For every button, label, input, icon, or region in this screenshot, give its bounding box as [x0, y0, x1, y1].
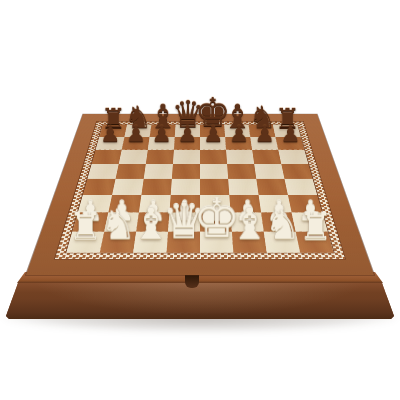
white-knight-g1[interactable]: ♞	[264, 205, 300, 245]
square-e5[interactable]	[200, 164, 228, 179]
white-knight-b1[interactable]: ♞	[100, 205, 136, 245]
square-e7[interactable]: ♟	[200, 137, 226, 150]
white-rook-a1[interactable]: ♜	[68, 208, 102, 246]
square-f1[interactable]: ♝	[232, 232, 267, 253]
square-c5[interactable]	[144, 164, 173, 179]
square-g6[interactable]	[252, 150, 281, 164]
square-a4[interactable]	[83, 179, 116, 195]
square-f6[interactable]	[226, 150, 254, 164]
square-b7[interactable]: ♟	[122, 137, 150, 150]
square-d7[interactable]: ♟	[174, 137, 200, 150]
white-rook-h1[interactable]: ♜	[298, 208, 332, 246]
square-b1[interactable]: ♞	[100, 232, 136, 253]
black-pawn-h7[interactable]: ♟	[280, 122, 300, 145]
black-pawn-a7[interactable]: ♟	[100, 122, 120, 145]
square-c6[interactable]	[146, 150, 174, 164]
square-g7[interactable]: ♟	[250, 137, 278, 150]
square-e1[interactable]: ♚	[200, 232, 233, 253]
board-grid: ♜♞♝♛♚♝♞♜♟♟♟♟♟♟♟♟♟♟♟♟♟♟♟♟♜♞♝♛♚♝♞♜	[65, 125, 335, 254]
square-c7[interactable]: ♟	[148, 137, 175, 150]
black-pawn-e7[interactable]: ♟	[203, 122, 223, 145]
square-h1[interactable]: ♜	[296, 232, 334, 253]
square-f5[interactable]	[227, 164, 256, 179]
square-d5[interactable]	[172, 164, 200, 179]
black-pawn-c7[interactable]: ♟	[151, 122, 171, 145]
square-d6[interactable]	[173, 150, 200, 164]
square-a1[interactable]: ♜	[66, 232, 104, 253]
square-h4[interactable]	[284, 179, 317, 195]
black-pawn-d7[interactable]: ♟	[177, 122, 197, 145]
black-pawn-b7[interactable]: ♟	[125, 122, 145, 145]
square-h5[interactable]	[281, 164, 312, 179]
square-e6[interactable]	[200, 150, 227, 164]
square-f7[interactable]: ♟	[225, 137, 252, 150]
square-a6[interactable]	[92, 150, 122, 164]
board-stage: ♜♞♝♛♚♝♞♜♟♟♟♟♟♟♟♟♟♟♟♟♟♟♟♟♜♞♝♛♚♝♞♜	[0, 0, 400, 400]
black-pawn-g7[interactable]: ♟	[254, 122, 274, 145]
chess-set-photo: ♜♞♝♛♚♝♞♜♟♟♟♟♟♟♟♟♟♟♟♟♟♟♟♟♜♞♝♛♚♝♞♜	[0, 0, 400, 400]
square-g1[interactable]: ♞	[264, 232, 300, 253]
white-bishop-f1[interactable]: ♝	[230, 202, 269, 245]
square-h7[interactable]: ♟	[276, 137, 305, 150]
square-a5[interactable]	[87, 164, 118, 179]
square-g5[interactable]	[254, 164, 284, 179]
square-a7[interactable]: ♟	[96, 137, 125, 150]
square-b4[interactable]	[112, 179, 144, 195]
square-g4[interactable]	[256, 179, 288, 195]
black-pawn-f7[interactable]: ♟	[228, 122, 248, 145]
square-h6[interactable]	[278, 150, 308, 164]
board-lid-top: ♜♞♝♛♚♝♞♜♟♟♟♟♟♟♟♟♟♟♟♟♟♟♟♟♜♞♝♛♚♝♞♜	[26, 114, 374, 275]
square-b5[interactable]	[116, 164, 146, 179]
square-b6[interactable]	[119, 150, 148, 164]
